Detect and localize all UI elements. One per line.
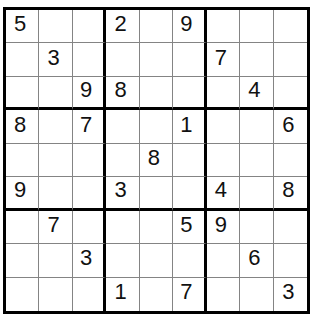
cell-r4c3[interactable]: 7 — [73, 110, 106, 143]
cell-r7c4[interactable] — [106, 211, 139, 244]
given-digit: 9 — [215, 214, 227, 236]
cell-r5c3[interactable] — [73, 144, 106, 177]
cell-r7c9[interactable] — [274, 211, 307, 244]
cell-r9c6[interactable]: 7 — [173, 278, 206, 311]
cell-r6c7[interactable]: 4 — [207, 177, 240, 210]
cell-r2c8[interactable] — [240, 43, 273, 76]
cell-r9c2[interactable] — [39, 278, 72, 311]
cell-r5c8[interactable] — [240, 144, 273, 177]
cell-r6c4[interactable]: 3 — [106, 177, 139, 210]
cell-r9c7[interactable] — [207, 278, 240, 311]
cell-r9c5[interactable] — [140, 278, 173, 311]
given-digit: 9 — [14, 179, 26, 201]
cell-r7c5[interactable] — [140, 211, 173, 244]
given-digit: 3 — [48, 47, 60, 69]
cell-r2c6[interactable] — [173, 43, 206, 76]
given-digit: 9 — [80, 79, 92, 101]
cell-r6c6[interactable] — [173, 177, 206, 210]
given-digit: 1 — [180, 114, 192, 136]
cell-r7c3[interactable] — [73, 211, 106, 244]
cell-r2c9[interactable] — [274, 43, 307, 76]
given-digit: 7 — [48, 214, 60, 236]
cell-r4c8[interactable] — [240, 110, 273, 143]
cell-r4c5[interactable] — [140, 110, 173, 143]
given-digit: 1 — [114, 281, 126, 303]
given-digit: 4 — [248, 79, 260, 101]
cell-r2c3[interactable] — [73, 43, 106, 76]
cell-r4c9[interactable]: 6 — [274, 110, 307, 143]
given-digit: 5 — [180, 214, 192, 236]
sudoku-board: 5293798487168934875936173 — [3, 7, 310, 314]
cell-r1c4[interactable]: 2 — [106, 10, 139, 43]
cell-r9c4[interactable]: 1 — [106, 278, 139, 311]
cell-r8c3[interactable]: 3 — [73, 244, 106, 277]
cell-r3c3[interactable]: 9 — [73, 77, 106, 110]
cell-r4c1[interactable]: 8 — [6, 110, 39, 143]
cell-r2c5[interactable] — [140, 43, 173, 76]
cell-r7c2[interactable]: 7 — [39, 211, 72, 244]
cell-r7c8[interactable] — [240, 211, 273, 244]
cell-r3c2[interactable] — [39, 77, 72, 110]
cell-r4c2[interactable] — [39, 110, 72, 143]
cell-r4c7[interactable] — [207, 110, 240, 143]
sudoku-page: 5293798487168934875936173 — [0, 0, 312, 320]
cell-r8c9[interactable] — [274, 244, 307, 277]
given-digit: 2 — [114, 13, 126, 35]
cell-r9c1[interactable] — [6, 278, 39, 311]
cell-r6c3[interactable] — [73, 177, 106, 210]
cell-r2c7[interactable]: 7 — [207, 43, 240, 76]
given-digit: 6 — [282, 114, 294, 136]
cell-r4c6[interactable]: 1 — [173, 110, 206, 143]
cell-r5c1[interactable] — [6, 144, 39, 177]
cell-r2c1[interactable] — [6, 43, 39, 76]
cell-r7c6[interactable]: 5 — [173, 211, 206, 244]
cell-r2c2[interactable]: 3 — [39, 43, 72, 76]
cell-r1c6[interactable]: 9 — [173, 10, 206, 43]
given-digit: 8 — [114, 79, 126, 101]
cell-r6c9[interactable]: 8 — [274, 177, 307, 210]
given-digit: 7 — [180, 281, 192, 303]
given-digit: 5 — [14, 13, 26, 35]
cell-r1c9[interactable] — [274, 10, 307, 43]
cell-r7c1[interactable] — [6, 211, 39, 244]
cell-r4c4[interactable] — [106, 110, 139, 143]
cell-r8c6[interactable] — [173, 244, 206, 277]
cell-r6c2[interactable] — [39, 177, 72, 210]
cell-r3c8[interactable]: 4 — [240, 77, 273, 110]
cell-r8c2[interactable] — [39, 244, 72, 277]
cell-r3c6[interactable] — [173, 77, 206, 110]
given-digit: 8 — [282, 179, 294, 201]
cell-r8c7[interactable] — [207, 244, 240, 277]
cell-r3c7[interactable] — [207, 77, 240, 110]
cell-r8c8[interactable]: 6 — [240, 244, 273, 277]
cell-r1c8[interactable] — [240, 10, 273, 43]
cell-r7c7[interactable]: 9 — [207, 211, 240, 244]
cell-r2c4[interactable] — [106, 43, 139, 76]
given-digit: 7 — [80, 114, 92, 136]
cell-r1c2[interactable] — [39, 10, 72, 43]
cell-r1c1[interactable]: 5 — [6, 10, 39, 43]
cell-r8c5[interactable] — [140, 244, 173, 277]
cell-r5c7[interactable] — [207, 144, 240, 177]
given-digit: 4 — [215, 179, 227, 201]
cell-r6c8[interactable] — [240, 177, 273, 210]
cell-r5c5[interactable]: 8 — [140, 144, 173, 177]
cell-r9c8[interactable] — [240, 278, 273, 311]
cell-r3c1[interactable] — [6, 77, 39, 110]
given-digit: 9 — [180, 13, 192, 35]
given-digit: 8 — [14, 114, 26, 136]
cell-r5c9[interactable] — [274, 144, 307, 177]
cell-r8c4[interactable] — [106, 244, 139, 277]
given-digit: 7 — [215, 47, 227, 69]
cell-r3c4[interactable]: 8 — [106, 77, 139, 110]
given-digit: 3 — [282, 281, 294, 303]
cell-r6c1[interactable]: 9 — [6, 177, 39, 210]
cell-r3c9[interactable] — [274, 77, 307, 110]
cell-r9c9[interactable]: 3 — [274, 278, 307, 311]
given-digit: 3 — [80, 247, 92, 269]
cell-r8c1[interactable] — [6, 244, 39, 277]
given-digit: 8 — [148, 147, 160, 169]
cell-r5c2[interactable] — [39, 144, 72, 177]
cell-r5c4[interactable] — [106, 144, 139, 177]
cell-r1c3[interactable] — [73, 10, 106, 43]
cell-r9c3[interactable] — [73, 278, 106, 311]
given-digit: 3 — [114, 179, 126, 201]
cell-r3c5[interactable] — [140, 77, 173, 110]
cell-r5c6[interactable] — [173, 144, 206, 177]
cell-r6c5[interactable] — [140, 177, 173, 210]
cell-r1c5[interactable] — [140, 10, 173, 43]
cell-r1c7[interactable] — [207, 10, 240, 43]
given-digit: 6 — [248, 247, 260, 269]
